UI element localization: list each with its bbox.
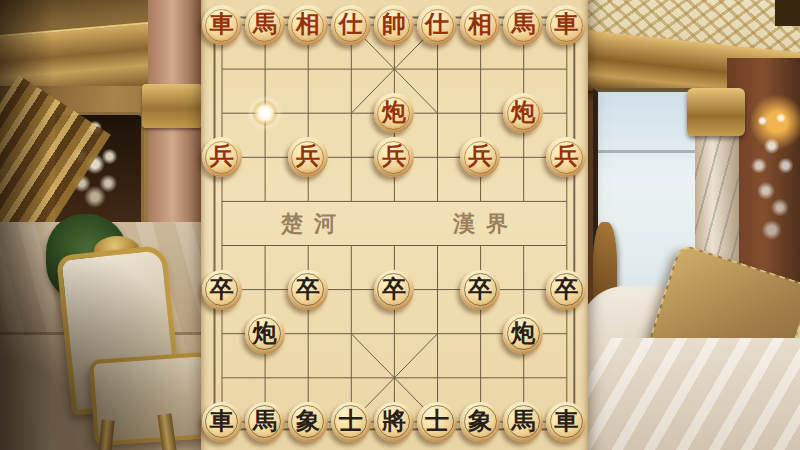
piece-character: 馬	[253, 12, 277, 36]
board-cell-r0c8[interactable]: 車	[545, 3, 588, 47]
piece-black-soldier[interactable]: 卒	[374, 270, 414, 310]
board-cell-r8c2[interactable]	[286, 356, 329, 400]
board-cell-r2c5[interactable]	[415, 91, 458, 135]
piece-character: 卒	[554, 277, 578, 301]
board-cell-r8c0[interactable]	[200, 356, 243, 400]
board-cell-r5c4[interactable]	[372, 223, 415, 267]
board-cell-r9c7[interactable]: 馬	[502, 400, 545, 444]
board-cell-r5c1[interactable]	[243, 223, 286, 267]
board-cell-r6c4[interactable]: 卒	[372, 268, 415, 312]
board-cell-r7c8[interactable]	[545, 312, 588, 356]
piece-character: 車	[210, 12, 234, 36]
piece-red-cannon[interactable]: 炮	[503, 93, 543, 133]
piece-character: 卒	[210, 277, 234, 301]
piece-black-soldier[interactable]: 卒	[288, 270, 328, 310]
crystal-wall-sconce	[745, 104, 800, 244]
board-cell-r5c3[interactable]	[329, 223, 372, 267]
xiangqi-board: 楚河 漢界 車馬相仕帥仕相馬車炮炮兵兵兵兵兵卒卒卒卒卒炮炮車馬象士將士象馬車	[201, 0, 588, 450]
board-cell-r9c4[interactable]: 將	[372, 400, 415, 444]
piece-character: 車	[554, 409, 578, 433]
board-cell-r2c2[interactable]	[286, 91, 329, 135]
piece-character: 象	[296, 409, 320, 433]
board-cell-r7c3[interactable]	[329, 312, 372, 356]
board-cell-r9c8[interactable]: 車	[545, 400, 588, 444]
piece-red-chariot[interactable]: 車	[546, 5, 586, 45]
piece-red-soldier[interactable]: 兵	[374, 137, 414, 177]
piece-character: 兵	[210, 144, 234, 168]
piece-character: 仕	[339, 12, 363, 36]
board-cell-r6c2[interactable]: 卒	[286, 268, 329, 312]
board-cell-r4c3[interactable]	[329, 179, 372, 223]
board-cell-r1c6[interactable]	[459, 47, 502, 91]
window-mullion	[598, 150, 707, 153]
piece-character: 馬	[511, 12, 535, 36]
board-cell-r4c7[interactable]	[502, 179, 545, 223]
board-cell-r4c2[interactable]	[286, 179, 329, 223]
board-cell-r6c5[interactable]	[415, 268, 458, 312]
piece-character: 兵	[296, 144, 320, 168]
board-cell-r7c5[interactable]	[415, 312, 458, 356]
board-cell-r0c5[interactable]: 仕	[415, 3, 458, 47]
piece-black-advisor[interactable]: 士	[417, 402, 457, 442]
board-cell-r1c2[interactable]	[286, 47, 329, 91]
board-cell-r5c7[interactable]	[502, 223, 545, 267]
board-cell-r3c4[interactable]: 兵	[372, 135, 415, 179]
piece-character: 將	[382, 409, 406, 433]
board-cell-r3c5[interactable]	[415, 135, 458, 179]
board-cell-r4c4[interactable]	[372, 179, 415, 223]
board-cell-r5c0[interactable]	[200, 223, 243, 267]
board-cell-r0c3[interactable]: 仕	[329, 3, 372, 47]
board-cell-r9c6[interactable]: 象	[459, 400, 502, 444]
board-cell-r6c0[interactable]: 卒	[200, 268, 243, 312]
background-left-interior	[0, 0, 202, 450]
board-cell-r8c1[interactable]	[243, 356, 286, 400]
board-cell-r6c7[interactable]	[502, 268, 545, 312]
board-cell-r2c3[interactable]	[329, 91, 372, 135]
board-cell-r8c3[interactable]	[329, 356, 372, 400]
piece-character: 士	[425, 409, 449, 433]
piece-character: 卒	[468, 277, 492, 301]
board-cell-r5c5[interactable]	[415, 223, 458, 267]
piece-red-horse[interactable]: 馬	[245, 5, 285, 45]
board-cell-r1c0[interactable]	[200, 47, 243, 91]
board-cell-r2c1[interactable]	[243, 91, 286, 135]
board-cell-r3c0[interactable]: 兵	[200, 135, 243, 179]
board-cell-r0c7[interactable]: 馬	[502, 3, 545, 47]
board-cell-r2c6[interactable]	[459, 91, 502, 135]
board-cell-r4c8[interactable]	[545, 179, 588, 223]
board-cell-r8c5[interactable]	[415, 356, 458, 400]
board-cell-r4c5[interactable]	[415, 179, 458, 223]
sofa-seat	[587, 338, 800, 450]
piece-red-general[interactable]: 帥	[374, 5, 414, 45]
board-cell-r3c6[interactable]: 兵	[459, 135, 502, 179]
piece-character: 馬	[253, 409, 277, 433]
board-cell-r7c1[interactable]: 炮	[243, 312, 286, 356]
board-cell-r7c0[interactable]	[200, 312, 243, 356]
piece-black-cannon[interactable]: 炮	[245, 314, 285, 354]
board-cell-r3c3[interactable]	[329, 135, 372, 179]
piece-character: 卒	[382, 277, 406, 301]
board-cell-r3c8[interactable]: 兵	[545, 135, 588, 179]
piece-red-elephant[interactable]: 相	[460, 5, 500, 45]
board-cell-r2c0[interactable]	[200, 91, 243, 135]
board-cell-r0c0[interactable]: 車	[200, 3, 243, 47]
board-cell-r6c1[interactable]	[243, 268, 286, 312]
piece-character: 炮	[511, 321, 535, 345]
board-cell-r0c4[interactable]: 帥	[372, 3, 415, 47]
piece-character: 仕	[425, 12, 449, 36]
piece-character: 炮	[511, 100, 535, 124]
board-cell-r4c6[interactable]	[459, 179, 502, 223]
piece-red-cannon[interactable]: 炮	[374, 93, 414, 133]
gold-column-capital	[687, 88, 745, 136]
board-cell-r7c2[interactable]	[286, 312, 329, 356]
board-cell-r2c7[interactable]: 炮	[502, 91, 545, 135]
piece-red-soldier[interactable]: 兵	[546, 137, 586, 177]
piece-black-horse[interactable]: 馬	[503, 402, 543, 442]
piece-character: 兵	[382, 144, 406, 168]
piece-character: 卒	[296, 277, 320, 301]
board-cell-r8c4[interactable]	[372, 356, 415, 400]
background-right-interior	[587, 0, 800, 450]
board-cell-r7c6[interactable]	[459, 312, 502, 356]
board-cell-r5c6[interactable]	[459, 223, 502, 267]
piece-character: 車	[210, 409, 234, 433]
piece-red-soldier[interactable]: 兵	[288, 137, 328, 177]
board-cell-r6c3[interactable]	[329, 268, 372, 312]
board-cell-r9c2[interactable]: 象	[286, 400, 329, 444]
piece-red-horse[interactable]: 馬	[503, 5, 543, 45]
piece-black-soldier[interactable]: 卒	[202, 270, 242, 310]
board-cell-r7c4[interactable]	[372, 312, 415, 356]
piece-black-horse[interactable]: 馬	[245, 402, 285, 442]
piece-black-chariot[interactable]: 車	[202, 402, 242, 442]
piece-red-soldier[interactable]: 兵	[460, 137, 500, 177]
board-cell-r8c6[interactable]	[459, 356, 502, 400]
board-cell-r0c6[interactable]: 相	[459, 3, 502, 47]
piece-black-cannon[interactable]: 炮	[503, 314, 543, 354]
board-cell-r9c3[interactable]: 士	[329, 400, 372, 444]
last-move-origin-marker	[252, 100, 278, 126]
piece-character: 象	[468, 409, 492, 433]
board-cell-r9c0[interactable]: 車	[200, 400, 243, 444]
board-cell-r4c1[interactable]	[243, 179, 286, 223]
board-cell-r1c8[interactable]	[545, 47, 588, 91]
piece-black-elephant[interactable]: 象	[288, 402, 328, 442]
piece-character: 炮	[382, 100, 406, 124]
piece-character: 帥	[382, 12, 406, 36]
board-cell-r6c6[interactable]: 卒	[459, 268, 502, 312]
piece-red-soldier[interactable]: 兵	[202, 137, 242, 177]
board-cell-r2c4[interactable]: 炮	[372, 91, 415, 135]
screenshot-stage: 楚河 漢界 車馬相仕帥仕相馬車炮炮兵兵兵兵兵卒卒卒卒卒炮炮車馬象士將士象馬車	[0, 0, 800, 450]
board-cell-r1c1[interactable]	[243, 47, 286, 91]
board-cell-r5c2[interactable]	[286, 223, 329, 267]
board-cell-r0c1[interactable]: 馬	[243, 3, 286, 47]
board-cell-r8c8[interactable]	[545, 356, 588, 400]
board-cell-r3c7[interactable]	[502, 135, 545, 179]
board-cell-r2c8[interactable]	[545, 91, 588, 135]
board-grid: 車馬相仕帥仕相馬車炮炮兵兵兵兵兵卒卒卒卒卒炮炮車馬象士將士象馬車	[200, 3, 588, 444]
board-cell-r4c0[interactable]	[200, 179, 243, 223]
piece-character: 相	[296, 12, 320, 36]
piece-black-general[interactable]: 將	[374, 402, 414, 442]
piece-character: 兵	[468, 144, 492, 168]
board-cell-r1c5[interactable]	[415, 47, 458, 91]
board-cell-r1c7[interactable]	[502, 47, 545, 91]
piece-red-chariot[interactable]: 車	[202, 5, 242, 45]
ceiling-corner-shadow	[775, 0, 800, 26]
piece-black-soldier[interactable]: 卒	[546, 270, 586, 310]
board-cell-r3c2[interactable]: 兵	[286, 135, 329, 179]
piece-character: 士	[339, 409, 363, 433]
board-cell-r3c1[interactable]	[243, 135, 286, 179]
piece-character: 車	[554, 12, 578, 36]
piece-character: 相	[468, 12, 492, 36]
piece-black-elephant[interactable]: 象	[460, 402, 500, 442]
piece-character: 炮	[253, 321, 277, 345]
board-cell-r5c8[interactable]	[545, 223, 588, 267]
piece-red-advisor[interactable]: 仕	[331, 5, 371, 45]
piece-black-soldier[interactable]: 卒	[460, 270, 500, 310]
piece-black-chariot[interactable]: 車	[546, 402, 586, 442]
board-cell-r9c5[interactable]: 士	[415, 400, 458, 444]
board-cell-r0c2[interactable]: 相	[286, 3, 329, 47]
board-cell-r6c8[interactable]: 卒	[545, 268, 588, 312]
piece-character: 兵	[554, 144, 578, 168]
gold-column-capital	[142, 84, 202, 128]
board-cell-r7c7[interactable]: 炮	[502, 312, 545, 356]
board-cell-r8c7[interactable]	[502, 356, 545, 400]
board-cell-r1c4[interactable]	[372, 47, 415, 91]
piece-black-advisor[interactable]: 士	[331, 402, 371, 442]
piece-red-advisor[interactable]: 仕	[417, 5, 457, 45]
piece-character: 馬	[511, 409, 535, 433]
board-cell-r9c1[interactable]: 馬	[243, 400, 286, 444]
piece-red-elephant[interactable]: 相	[288, 5, 328, 45]
board-cell-r1c3[interactable]	[329, 47, 372, 91]
